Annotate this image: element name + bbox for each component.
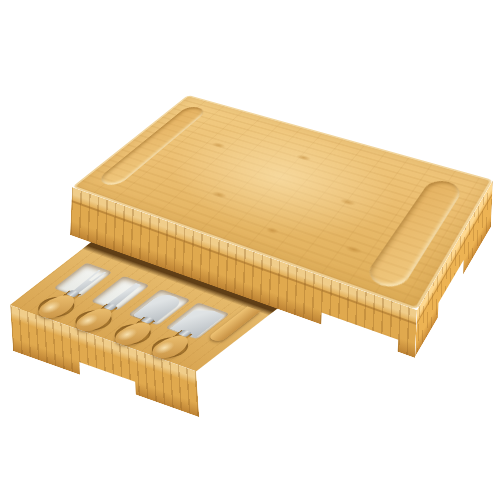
left-serving-channel	[96, 105, 208, 188]
bamboo-knuckle-mark	[294, 153, 314, 162]
bamboo-knuckle-mark	[209, 141, 228, 150]
bamboo-knuckle-mark	[263, 226, 281, 236]
bamboo-knuckle-mark	[342, 244, 365, 256]
bamboo-knuckle-mark	[337, 197, 358, 208]
bamboo-knuckle-mark	[209, 190, 230, 200]
product-photo-bamboo-cheese-board	[0, 0, 500, 500]
